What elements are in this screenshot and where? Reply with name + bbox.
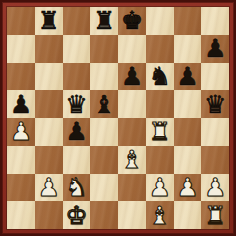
square-e1[interactable] [118,201,146,229]
square-g6[interactable]: ♟ [174,63,202,91]
square-d6[interactable] [90,63,118,91]
square-e5[interactable] [118,90,146,118]
square-g7[interactable] [174,35,202,63]
piece-black-knight: ♞ [148,63,170,90]
square-d5[interactable]: ♝ [90,90,118,118]
piece-black-pawn: ♟ [65,118,87,145]
square-e2[interactable] [118,174,146,202]
square-b8[interactable]: ♜ [35,7,63,35]
piece-white-pawn: ♟ [204,174,226,201]
square-g2[interactable]: ♟ [174,174,202,202]
piece-white-bishop: ♝ [148,202,170,229]
square-h5[interactable]: ♛ [201,90,229,118]
square-h6[interactable] [201,63,229,91]
piece-black-rook: ♜ [93,7,115,34]
square-d2[interactable] [90,174,118,202]
piece-black-pawn: ♟ [10,91,32,118]
square-a4[interactable]: ♟ [7,118,35,146]
square-f7[interactable] [146,35,174,63]
piece-black-pawn: ♟ [121,63,143,90]
square-a5[interactable]: ♟ [7,90,35,118]
square-g8[interactable] [174,7,202,35]
square-c7[interactable] [63,35,91,63]
square-g4[interactable] [174,118,202,146]
square-e4[interactable] [118,118,146,146]
piece-white-bishop: ♝ [121,146,143,173]
square-g3[interactable] [174,146,202,174]
square-d7[interactable] [90,35,118,63]
square-c3[interactable] [63,146,91,174]
square-b7[interactable] [35,35,63,63]
square-f8[interactable] [146,7,174,35]
piece-black-king: ♚ [121,7,143,34]
piece-black-pawn: ♟ [204,35,226,62]
square-d8[interactable]: ♜ [90,7,118,35]
piece-black-rook: ♜ [37,7,59,34]
square-a7[interactable] [7,35,35,63]
square-f5[interactable] [146,90,174,118]
piece-black-pawn: ♟ [176,63,198,90]
square-h4[interactable] [201,118,229,146]
square-f2[interactable]: ♟ [146,174,174,202]
piece-white-pawn: ♟ [10,118,32,145]
square-f1[interactable]: ♝ [146,201,174,229]
square-g1[interactable] [174,201,202,229]
board-frame: ♜♜♚♟♟♞♟♟♛♝♛♟♟♜♝♟♞♟♟♟♚♝♜ [0,0,236,236]
piece-white-pawn: ♟ [176,174,198,201]
square-a1[interactable] [7,201,35,229]
chess-board: ♜♜♚♟♟♞♟♟♛♝♛♟♟♜♝♟♞♟♟♟♚♝♜ [7,7,229,229]
square-c6[interactable] [63,63,91,91]
piece-white-pawn: ♟ [148,174,170,201]
square-a2[interactable] [7,174,35,202]
square-d3[interactable] [90,146,118,174]
square-c8[interactable] [63,7,91,35]
square-d4[interactable] [90,118,118,146]
square-h1[interactable]: ♜ [201,201,229,229]
square-f3[interactable] [146,146,174,174]
square-b3[interactable] [35,146,63,174]
square-a3[interactable] [7,146,35,174]
square-b1[interactable] [35,201,63,229]
square-h7[interactable]: ♟ [201,35,229,63]
square-b5[interactable] [35,90,63,118]
square-c1[interactable]: ♚ [63,201,91,229]
piece-white-rook: ♜ [204,202,226,229]
square-c4[interactable]: ♟ [63,118,91,146]
square-h8[interactable] [201,7,229,35]
square-e8[interactable]: ♚ [118,7,146,35]
square-g5[interactable] [174,90,202,118]
square-a8[interactable] [7,7,35,35]
square-h3[interactable] [201,146,229,174]
square-f6[interactable]: ♞ [146,63,174,91]
square-e7[interactable] [118,35,146,63]
piece-black-queen: ♛ [65,91,87,118]
square-b2[interactable]: ♟ [35,174,63,202]
square-h2[interactable]: ♟ [201,174,229,202]
square-b6[interactable] [35,63,63,91]
square-f4[interactable]: ♜ [146,118,174,146]
piece-white-rook: ♜ [148,118,170,145]
piece-white-king: ♚ [65,202,87,229]
piece-black-queen: ♛ [204,91,226,118]
square-b4[interactable] [35,118,63,146]
square-e6[interactable]: ♟ [118,63,146,91]
piece-black-bishop: ♝ [93,91,115,118]
square-c5[interactable]: ♛ [63,90,91,118]
square-a6[interactable] [7,63,35,91]
square-e3[interactable]: ♝ [118,146,146,174]
piece-white-knight: ♞ [65,174,87,201]
square-d1[interactable] [90,201,118,229]
piece-white-pawn: ♟ [37,174,59,201]
square-c2[interactable]: ♞ [63,174,91,202]
